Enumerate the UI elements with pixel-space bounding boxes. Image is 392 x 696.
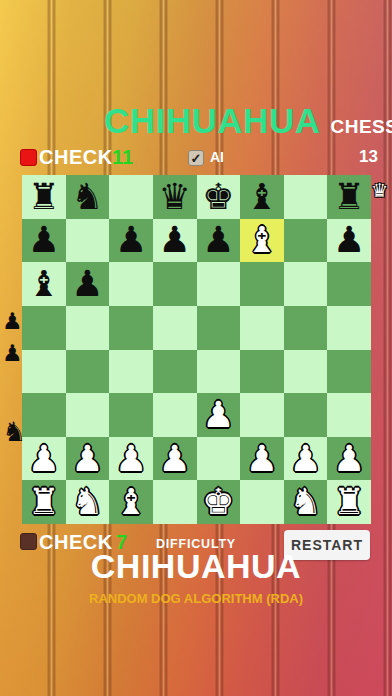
square-e4[interactable]	[197, 350, 241, 394]
captured-white-queen-icon: ♛	[371, 181, 388, 200]
piece-black-bishop-f8[interactable]: ♝	[246, 179, 278, 215]
piece-white-rook-h1[interactable]: ♜	[333, 484, 365, 520]
piece-white-pawn-h2[interactable]: ♟	[333, 441, 365, 477]
square-f4[interactable]	[240, 350, 284, 394]
square-a1[interactable]: ♜	[22, 480, 66, 524]
move-counter: 13	[344, 148, 378, 165]
square-a6[interactable]: ♝	[22, 262, 66, 306]
square-f2[interactable]: ♟	[240, 437, 284, 481]
square-g8[interactable]	[284, 175, 328, 219]
piece-white-knight-g1[interactable]: ♞	[289, 484, 321, 520]
square-c1[interactable]: ♝	[109, 480, 153, 524]
square-d2[interactable]: ♟	[153, 437, 197, 481]
square-a2[interactable]: ♟	[22, 437, 66, 481]
square-c4[interactable]	[109, 350, 153, 394]
square-h4[interactable]	[327, 350, 371, 394]
piece-white-pawn-f2[interactable]: ♟	[246, 441, 278, 477]
square-h7[interactable]: ♟	[327, 219, 371, 263]
square-a8[interactable]: ♜	[22, 175, 66, 219]
piece-white-bishop-c1[interactable]: ♝	[115, 484, 147, 520]
square-d1[interactable]	[153, 480, 197, 524]
square-h8[interactable]: ♜	[327, 175, 371, 219]
piece-white-pawn-d2[interactable]: ♟	[159, 441, 191, 477]
piece-black-pawn-c7[interactable]: ♟	[115, 222, 147, 258]
square-d3[interactable]	[153, 393, 197, 437]
chess-board: ♜♞♛♚♝♜♟♟♟♟♝♟♝♟♟♟♟♟♟♟♟♟♜♞♝♚♞♜	[22, 175, 371, 524]
square-h1[interactable]: ♜	[327, 480, 371, 524]
piece-black-pawn-h7[interactable]: ♟	[333, 222, 365, 258]
piece-black-rook-a8[interactable]: ♜	[28, 179, 60, 215]
square-g5[interactable]	[284, 306, 328, 350]
square-f1[interactable]	[240, 480, 284, 524]
square-a7[interactable]: ♟	[22, 219, 66, 263]
square-d4[interactable]	[153, 350, 197, 394]
piece-white-bishop-f7[interactable]: ♝	[246, 222, 278, 258]
piece-black-bishop-a6[interactable]: ♝	[28, 266, 60, 302]
square-e5[interactable]	[197, 306, 241, 350]
square-b1[interactable]: ♞	[66, 480, 110, 524]
square-e8[interactable]: ♚	[197, 175, 241, 219]
ai-label: AI	[210, 150, 224, 164]
piece-black-king-e8[interactable]: ♚	[202, 179, 234, 215]
piece-black-knight-b8[interactable]: ♞	[71, 179, 103, 215]
app-title: CHIHUAHUA	[104, 103, 320, 138]
piece-white-king-e1[interactable]: ♚	[202, 484, 234, 520]
square-c2[interactable]: ♟	[109, 437, 153, 481]
square-g6[interactable]	[284, 262, 328, 306]
square-e7[interactable]: ♟	[197, 219, 241, 263]
square-e6[interactable]	[197, 262, 241, 306]
square-b5[interactable]	[66, 306, 110, 350]
square-g2[interactable]: ♟	[284, 437, 328, 481]
square-b6[interactable]: ♟	[66, 262, 110, 306]
square-d6[interactable]	[153, 262, 197, 306]
square-a5[interactable]	[22, 306, 66, 350]
square-d5[interactable]	[153, 306, 197, 350]
square-f8[interactable]: ♝	[240, 175, 284, 219]
square-c5[interactable]	[109, 306, 153, 350]
piece-white-knight-b1[interactable]: ♞	[71, 484, 103, 520]
square-a4[interactable]	[22, 350, 66, 394]
piece-black-pawn-a7[interactable]: ♟	[28, 222, 60, 258]
captured-black-knight-icon: ♞	[2, 418, 26, 445]
square-b4[interactable]	[66, 350, 110, 394]
ai-checkbox[interactable]: ✓	[188, 150, 204, 166]
piece-black-queen-d8[interactable]: ♛	[159, 179, 191, 215]
square-h3[interactable]	[327, 393, 371, 437]
top-check-label: CHECK	[39, 147, 113, 167]
square-g7[interactable]	[284, 219, 328, 263]
square-b3[interactable]	[66, 393, 110, 437]
square-c7[interactable]: ♟	[109, 219, 153, 263]
square-e2[interactable]	[197, 437, 241, 481]
square-b8[interactable]: ♞	[66, 175, 110, 219]
piece-white-pawn-b2[interactable]: ♟	[71, 441, 103, 477]
title-row: CHIHUAHUA CHESS	[104, 103, 392, 138]
piece-black-pawn-e7[interactable]: ♟	[202, 222, 234, 258]
piece-black-pawn-b6[interactable]: ♟	[71, 266, 103, 302]
square-h5[interactable]	[327, 306, 371, 350]
piece-white-pawn-c2[interactable]: ♟	[115, 441, 147, 477]
captured-black-pawn-icon: ♟	[2, 310, 23, 333]
piece-white-rook-a1[interactable]: ♜	[28, 484, 60, 520]
captured-black-pawn-icon: ♟	[2, 342, 23, 365]
app-background: CHIHUAHUA CHESS CHECK 11 ✓ AI 13 ♜♞♛♚♝♜♟…	[0, 0, 392, 696]
square-g1[interactable]: ♞	[284, 480, 328, 524]
square-c8[interactable]	[109, 175, 153, 219]
square-g3[interactable]	[284, 393, 328, 437]
piece-white-pawn-e3[interactable]: ♟	[202, 397, 234, 433]
square-e1[interactable]: ♚	[197, 480, 241, 524]
algorithm-label: RANDOM DOG ALGORITHM (RDA)	[0, 592, 392, 605]
piece-white-pawn-a2[interactable]: ♟	[28, 441, 60, 477]
square-b7[interactable]	[66, 219, 110, 263]
piece-black-pawn-d7[interactable]: ♟	[159, 222, 191, 258]
square-e3[interactable]: ♟	[197, 393, 241, 437]
top-check-count: 11	[112, 147, 133, 167]
square-b2[interactable]: ♟	[66, 437, 110, 481]
square-c6[interactable]	[109, 262, 153, 306]
square-g4[interactable]	[284, 350, 328, 394]
app-subtitle: CHESS	[330, 117, 392, 136]
square-f7[interactable]: ♝	[240, 219, 284, 263]
checkmark-icon: ✓	[191, 152, 202, 165]
square-d7[interactable]: ♟	[153, 219, 197, 263]
square-h6[interactable]	[327, 262, 371, 306]
square-a3[interactable]	[22, 393, 66, 437]
top-check-icon	[20, 149, 37, 166]
difficulty-value: CHIHUAHUA	[0, 548, 392, 585]
piece-black-rook-h8[interactable]: ♜	[333, 179, 365, 215]
square-f5[interactable]	[240, 306, 284, 350]
square-c3[interactable]	[109, 393, 153, 437]
square-h2[interactable]: ♟	[327, 437, 371, 481]
square-d8[interactable]: ♛	[153, 175, 197, 219]
piece-white-pawn-g2[interactable]: ♟	[289, 441, 321, 477]
square-f3[interactable]	[240, 393, 284, 437]
square-f6[interactable]	[240, 262, 284, 306]
